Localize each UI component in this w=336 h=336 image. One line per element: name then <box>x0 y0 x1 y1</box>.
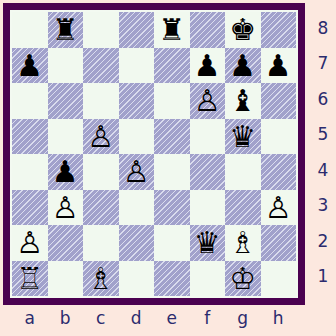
square-h1[interactable] <box>261 261 297 297</box>
file-label-g: g <box>225 303 261 333</box>
square-f8[interactable] <box>190 12 226 48</box>
square-b3[interactable]: ♙ <box>48 190 84 226</box>
piece-black-pawn[interactable]: ♟ <box>265 48 292 84</box>
chess-diagram: ♜♜♚♟♟♟♟♙♝♙♛♟♙♙♙♙♛♗♖♗♔ abcdefgh 87654321 <box>0 0 336 336</box>
file-label-d: d <box>119 303 155 333</box>
rank-label-4: 4 <box>311 152 335 188</box>
square-g1[interactable]: ♔ <box>225 261 261 297</box>
piece-white-pawn[interactable]: ♙ <box>194 83 221 119</box>
square-d4[interactable]: ♙ <box>119 154 155 190</box>
square-c4[interactable] <box>83 154 119 190</box>
piece-black-bishop[interactable]: ♝ <box>229 83 256 119</box>
square-e3[interactable] <box>154 190 190 226</box>
square-b6[interactable] <box>48 83 84 119</box>
square-b1[interactable] <box>48 261 84 297</box>
rank-label-5: 5 <box>311 117 335 153</box>
square-g4[interactable] <box>225 154 261 190</box>
file-labels: abcdefgh <box>12 303 296 333</box>
square-a7[interactable]: ♟ <box>12 48 48 84</box>
piece-black-pawn[interactable]: ♟ <box>52 154 79 190</box>
square-e8[interactable]: ♜ <box>154 12 190 48</box>
square-e7[interactable] <box>154 48 190 84</box>
square-d6[interactable] <box>119 83 155 119</box>
square-b8[interactable]: ♜ <box>48 12 84 48</box>
rank-labels: 87654321 <box>311 10 335 294</box>
square-d7[interactable] <box>119 48 155 84</box>
rank-label-3: 3 <box>311 188 335 224</box>
board-frame: ♜♜♚♟♟♟♟♙♝♙♛♟♙♙♙♙♛♗♖♗♔ <box>3 3 305 305</box>
square-g6[interactable]: ♝ <box>225 83 261 119</box>
piece-white-pawn[interactable]: ♙ <box>123 154 150 190</box>
piece-black-pawn[interactable]: ♟ <box>194 48 221 84</box>
file-label-c: c <box>83 303 119 333</box>
square-c6[interactable] <box>83 83 119 119</box>
rank-label-8: 8 <box>311 10 335 46</box>
file-label-e: e <box>154 303 190 333</box>
rank-label-6: 6 <box>311 81 335 117</box>
chess-board: ♜♜♚♟♟♟♟♙♝♙♛♟♙♙♙♙♛♗♖♗♔ <box>12 12 296 296</box>
piece-white-pawn[interactable]: ♙ <box>16 225 43 261</box>
square-h5[interactable] <box>261 119 297 155</box>
square-g7[interactable]: ♟ <box>225 48 261 84</box>
piece-white-king[interactable]: ♔ <box>229 261 256 297</box>
square-a3[interactable] <box>12 190 48 226</box>
square-d8[interactable] <box>119 12 155 48</box>
square-f7[interactable]: ♟ <box>190 48 226 84</box>
piece-white-pawn[interactable]: ♙ <box>52 190 79 226</box>
file-label-f: f <box>190 303 226 333</box>
square-h6[interactable] <box>261 83 297 119</box>
piece-black-rook[interactable]: ♜ <box>52 12 79 48</box>
piece-black-pawn[interactable]: ♟ <box>16 48 43 84</box>
square-c3[interactable] <box>83 190 119 226</box>
square-f5[interactable] <box>190 119 226 155</box>
square-c7[interactable] <box>83 48 119 84</box>
square-d2[interactable] <box>119 225 155 261</box>
file-label-b: b <box>48 303 84 333</box>
square-e4[interactable] <box>154 154 190 190</box>
square-e2[interactable] <box>154 225 190 261</box>
square-e5[interactable] <box>154 119 190 155</box>
square-a2[interactable]: ♙ <box>12 225 48 261</box>
square-h4[interactable] <box>261 154 297 190</box>
square-e1[interactable] <box>154 261 190 297</box>
square-d3[interactable] <box>119 190 155 226</box>
square-g8[interactable]: ♚ <box>225 12 261 48</box>
file-label-a: a <box>12 303 48 333</box>
square-f1[interactable] <box>190 261 226 297</box>
square-c1[interactable]: ♗ <box>83 261 119 297</box>
piece-black-rook[interactable]: ♜ <box>158 12 185 48</box>
square-h8[interactable] <box>261 12 297 48</box>
square-a8[interactable] <box>12 12 48 48</box>
square-f2[interactable]: ♛ <box>190 225 226 261</box>
square-b7[interactable] <box>48 48 84 84</box>
rank-label-7: 7 <box>311 46 335 82</box>
square-f6[interactable]: ♙ <box>190 83 226 119</box>
piece-black-queen[interactable]: ♛ <box>229 119 256 155</box>
piece-black-king[interactable]: ♚ <box>229 12 256 48</box>
piece-white-rook[interactable]: ♖ <box>16 261 43 297</box>
square-a5[interactable] <box>12 119 48 155</box>
square-d5[interactable] <box>119 119 155 155</box>
square-g2[interactable]: ♗ <box>225 225 261 261</box>
square-a6[interactable] <box>12 83 48 119</box>
square-b2[interactable] <box>48 225 84 261</box>
piece-white-pawn[interactable]: ♙ <box>265 190 292 226</box>
square-b4[interactable]: ♟ <box>48 154 84 190</box>
piece-white-pawn[interactable]: ♙ <box>87 119 114 155</box>
square-c2[interactable] <box>83 225 119 261</box>
piece-white-bishop[interactable]: ♗ <box>87 261 114 297</box>
square-c5[interactable]: ♙ <box>83 119 119 155</box>
rank-label-1: 1 <box>311 259 335 295</box>
square-f4[interactable] <box>190 154 226 190</box>
square-g3[interactable] <box>225 190 261 226</box>
piece-black-queen[interactable]: ♛ <box>194 225 221 261</box>
square-h2[interactable] <box>261 225 297 261</box>
rank-label-2: 2 <box>311 223 335 259</box>
square-h3[interactable]: ♙ <box>261 190 297 226</box>
piece-black-pawn[interactable]: ♟ <box>229 48 256 84</box>
square-b5[interactable] <box>48 119 84 155</box>
piece-white-bishop[interactable]: ♗ <box>229 225 256 261</box>
square-c8[interactable] <box>83 12 119 48</box>
square-e6[interactable] <box>154 83 190 119</box>
square-f3[interactable] <box>190 190 226 226</box>
square-d1[interactable] <box>119 261 155 297</box>
square-a1[interactable]: ♖ <box>12 261 48 297</box>
square-a4[interactable] <box>12 154 48 190</box>
square-h7[interactable]: ♟ <box>261 48 297 84</box>
square-g5[interactable]: ♛ <box>225 119 261 155</box>
file-label-h: h <box>261 303 297 333</box>
